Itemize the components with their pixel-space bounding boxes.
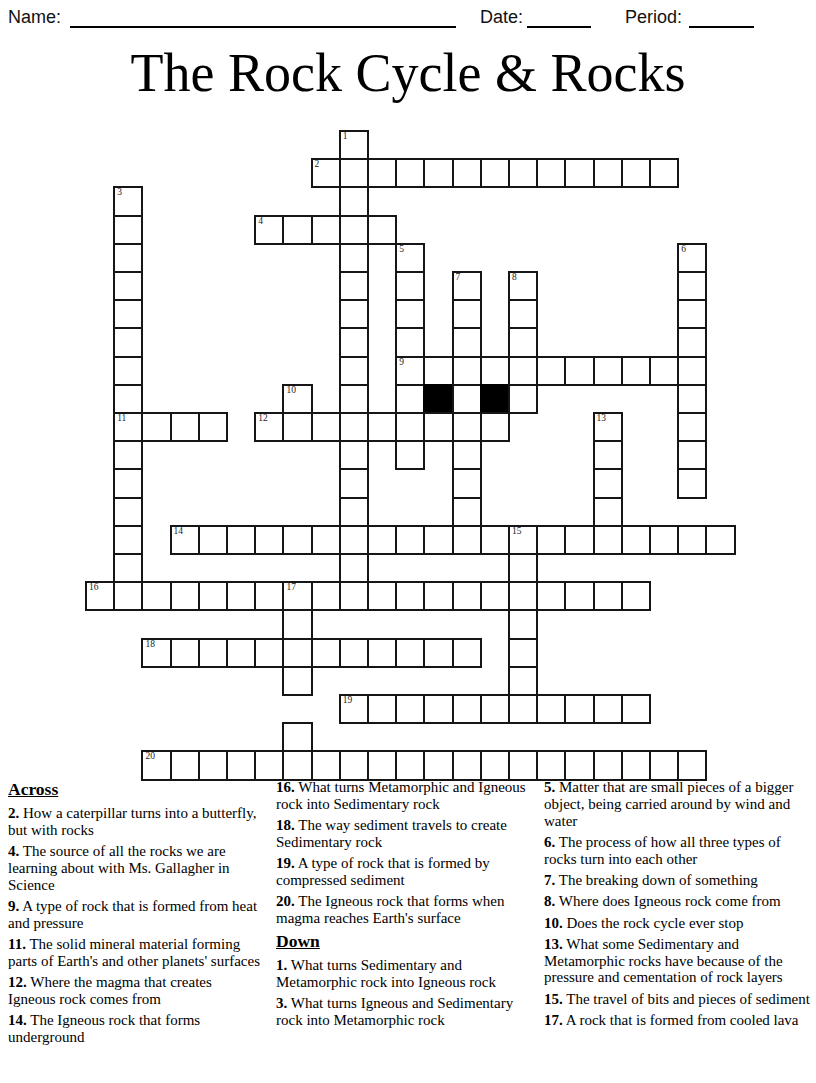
grid-cell[interactable] <box>452 440 482 470</box>
grid-cell[interactable] <box>452 299 482 329</box>
cell-number: 8 <box>512 272 517 283</box>
grid-cell[interactable] <box>367 638 397 668</box>
grid-cell[interactable] <box>649 525 679 555</box>
grid-cell[interactable] <box>339 553 369 583</box>
grid-cell[interactable] <box>593 750 623 780</box>
grid-cell[interactable] <box>423 638 453 668</box>
grid-cell[interactable] <box>339 525 369 555</box>
grid-cell[interactable]: 16 <box>85 581 115 611</box>
grid-cell[interactable] <box>649 158 679 188</box>
grid-cell[interactable] <box>705 525 735 555</box>
grid-cell[interactable] <box>170 581 200 611</box>
grid-cell[interactable] <box>198 750 228 780</box>
down-clue-5: 5. Matter that are small pieces of a big… <box>544 779 810 829</box>
grid-cell[interactable] <box>452 750 482 780</box>
grid-cell[interactable] <box>339 327 369 357</box>
grid-cell[interactable] <box>226 581 256 611</box>
grid-cell[interactable] <box>452 638 482 668</box>
grid-cell[interactable] <box>593 356 623 386</box>
date-label: Date: <box>480 7 523 28</box>
grid-cell[interactable] <box>423 750 453 780</box>
grid-cell[interactable] <box>677 750 707 780</box>
cell-number: 19 <box>343 695 353 706</box>
grid-cell[interactable]: 1 <box>339 130 369 160</box>
grid-cell[interactable] <box>282 412 312 442</box>
across-clue-18: 18. The way sediment travels to create S… <box>276 817 534 851</box>
grid-cell[interactable] <box>339 750 369 780</box>
down-clue-7: 7. The breaking down of something <box>544 872 810 889</box>
grid-cell[interactable] <box>226 750 256 780</box>
grid-cell[interactable] <box>508 694 538 724</box>
grid-cell[interactable] <box>593 468 623 498</box>
grid-cell[interactable] <box>508 638 538 668</box>
grid-cell[interactable] <box>339 356 369 386</box>
grid-cell[interactable] <box>564 158 594 188</box>
grid-cell[interactable]: 13 <box>593 412 623 442</box>
grid-cell[interactable] <box>113 384 143 414</box>
grid-cell[interactable] <box>564 581 594 611</box>
grid-cell[interactable]: 14 <box>170 525 200 555</box>
across-clue-2: 2. How a caterpillar turns into a butter… <box>8 805 262 839</box>
grid-cell[interactable] <box>170 750 200 780</box>
across-clue-20: 20. The Igneous rock that forms when mag… <box>276 893 534 927</box>
grid-cell[interactable] <box>254 750 284 780</box>
grid-cell[interactable] <box>452 384 482 414</box>
grid-cell[interactable] <box>113 440 143 470</box>
grid-cell[interactable] <box>282 215 312 245</box>
grid-cell[interactable] <box>311 581 341 611</box>
grid-cell[interactable] <box>254 638 284 668</box>
grid-cell[interactable] <box>649 356 679 386</box>
grid-cell[interactable] <box>311 215 341 245</box>
grid-cell[interactable] <box>339 158 369 188</box>
across-clue-12: 12. Where the magma that creates Igneous… <box>8 974 262 1008</box>
grid-cell[interactable] <box>113 525 143 555</box>
grid-cell[interactable] <box>113 271 143 301</box>
cell-number: 4 <box>258 216 263 227</box>
grid-cell[interactable] <box>395 158 425 188</box>
grid-cell[interactable]: 10 <box>282 384 312 414</box>
black-cell <box>423 384 453 414</box>
across-clue-9: 9. A type of rock that is formed from he… <box>8 898 262 932</box>
grid-cell[interactable] <box>536 158 566 188</box>
grid-cell[interactable]: 3 <box>113 186 143 216</box>
grid-cell[interactable] <box>677 299 707 329</box>
down-clue-8: 8. Where does Igneous rock come from <box>544 893 810 910</box>
across-header: Across <box>8 779 262 800</box>
across-clue-16: 16. What turns Metamorphic and Igneous r… <box>276 779 534 813</box>
across-clue-14: 14. The Igneous rock that forms undergro… <box>8 1012 262 1046</box>
grid-cell[interactable] <box>170 638 200 668</box>
period-label: Period: <box>625 7 682 28</box>
grid-cell[interactable] <box>113 581 143 611</box>
grid-cell[interactable] <box>367 158 397 188</box>
down-header: Down <box>276 931 534 952</box>
grid-cell[interactable] <box>621 158 651 188</box>
grid-cell[interactable] <box>452 497 482 527</box>
grid-cell[interactable] <box>452 327 482 357</box>
grid-cell[interactable] <box>593 497 623 527</box>
grid-cell[interactable] <box>423 158 453 188</box>
grid-cell[interactable] <box>339 638 369 668</box>
grid-cell[interactable] <box>339 243 369 273</box>
grid-cell[interactable] <box>339 384 369 414</box>
grid-cell[interactable] <box>311 750 341 780</box>
grid-cell[interactable]: 20 <box>141 750 171 780</box>
grid-cell[interactable] <box>226 525 256 555</box>
grid-cell[interactable] <box>282 750 312 780</box>
grid-cell[interactable] <box>141 581 171 611</box>
grid-cell[interactable] <box>311 525 341 555</box>
grid-cell[interactable] <box>113 356 143 386</box>
grid-cell[interactable] <box>677 271 707 301</box>
grid-cell[interactable] <box>254 525 284 555</box>
cell-number: 1 <box>343 131 348 142</box>
cell-number: 2 <box>315 159 320 170</box>
grid-cell[interactable] <box>282 666 312 696</box>
grid-cell[interactable] <box>395 581 425 611</box>
down-clue-1: 1. What turns Sedimentary and Metamorphi… <box>276 957 534 991</box>
grid-cell[interactable] <box>339 215 369 245</box>
grid-cell[interactable] <box>113 553 143 583</box>
grid-cell[interactable] <box>339 186 369 216</box>
grid-cell[interactable] <box>677 356 707 386</box>
across-clue-11: 11. The solid mineral material forming p… <box>8 936 262 970</box>
grid-cell[interactable] <box>395 327 425 357</box>
grid-cell[interactable]: 17 <box>282 581 312 611</box>
grid-cell[interactable] <box>593 525 623 555</box>
grid-cell[interactable] <box>677 440 707 470</box>
down-clue-6: 6. The process of how all three types of… <box>544 834 810 868</box>
across-clue-4: 4. The source of all the rocks we are le… <box>8 843 262 893</box>
grid-cell[interactable] <box>170 412 200 442</box>
grid-cell[interactable] <box>113 299 143 329</box>
grid-cell[interactable] <box>367 694 397 724</box>
grid-cell[interactable] <box>395 384 425 414</box>
grid-cell[interactable] <box>198 581 228 611</box>
grid-cell[interactable] <box>367 750 397 780</box>
grid-cell[interactable]: 7 <box>452 271 482 301</box>
page-title: The Rock Cycle & Rocks <box>0 44 816 103</box>
grid-cell[interactable] <box>508 356 538 386</box>
grid-cell[interactable] <box>621 581 651 611</box>
grid-cell[interactable] <box>311 412 341 442</box>
grid-cell[interactable] <box>113 215 143 245</box>
grid-cell[interactable] <box>113 327 143 357</box>
grid-cell[interactable]: 5 <box>395 243 425 273</box>
grid-cell[interactable] <box>423 356 453 386</box>
clues-column-left: Across2. How a caterpillar turns into a … <box>8 779 262 1050</box>
cell-number: 7 <box>456 272 461 283</box>
grid-cell[interactable] <box>452 581 482 611</box>
grid-cell[interactable]: 8 <box>508 271 538 301</box>
cell-number: 3 <box>117 187 122 198</box>
grid-cell[interactable] <box>395 412 425 442</box>
grid-cell[interactable] <box>677 525 707 555</box>
grid-cell[interactable] <box>677 412 707 442</box>
grid-cell[interactable] <box>198 412 228 442</box>
cell-number: 9 <box>399 357 404 368</box>
cell-number: 11 <box>117 413 126 424</box>
grid-cell[interactable] <box>508 158 538 188</box>
grid-cell[interactable] <box>593 694 623 724</box>
cell-number: 12 <box>258 413 268 424</box>
grid-cell[interactable] <box>395 299 425 329</box>
grid-cell[interactable] <box>480 525 510 555</box>
grid-cell[interactable] <box>395 525 425 555</box>
cell-number: 18 <box>145 639 155 650</box>
grid-cell[interactable] <box>282 609 312 639</box>
grid-cell[interactable] <box>113 497 143 527</box>
grid-cell[interactable] <box>480 158 510 188</box>
grid-cell[interactable] <box>621 694 651 724</box>
grid-cell[interactable] <box>480 412 510 442</box>
grid-cell[interactable] <box>508 750 538 780</box>
grid-cell[interactable] <box>367 412 397 442</box>
grid-cell[interactable] <box>593 440 623 470</box>
grid-cell[interactable]: 18 <box>141 638 171 668</box>
grid-cell[interactable] <box>452 525 482 555</box>
grid-cell[interactable] <box>423 525 453 555</box>
grid-cell[interactable] <box>480 356 510 386</box>
worksheet-page: Name: Date: Period: The Rock Cycle & Roc… <box>0 0 816 1083</box>
grid-cell[interactable] <box>452 158 482 188</box>
down-clue-10: 10. Does the rock cycle ever stop <box>544 915 810 932</box>
cell-number: 6 <box>681 244 686 255</box>
grid-cell[interactable] <box>564 525 594 555</box>
grid-cell[interactable] <box>564 356 594 386</box>
black-cell <box>480 384 510 414</box>
grid-cell[interactable] <box>282 638 312 668</box>
grid-cell[interactable] <box>254 581 284 611</box>
grid-cell[interactable] <box>452 694 482 724</box>
grid-cell[interactable] <box>339 468 369 498</box>
grid-cell[interactable] <box>311 638 341 668</box>
down-clue-15: 15. The travel of bits and pieces of sed… <box>544 991 810 1008</box>
grid-cell[interactable] <box>423 581 453 611</box>
grid-cell[interactable] <box>339 581 369 611</box>
grid-cell[interactable] <box>480 694 510 724</box>
grid-cell[interactable]: 12 <box>254 412 284 442</box>
cell-number: 16 <box>89 582 99 593</box>
name-label: Name: <box>8 7 61 28</box>
grid-cell[interactable] <box>508 327 538 357</box>
grid-cell[interactable] <box>508 609 538 639</box>
grid-cell[interactable] <box>508 384 538 414</box>
grid-cell[interactable] <box>593 158 623 188</box>
grid-cell[interactable] <box>452 356 482 386</box>
grid-cell[interactable]: 6 <box>677 243 707 273</box>
grid-cell[interactable]: 19 <box>339 694 369 724</box>
grid-cell[interactable] <box>141 412 171 442</box>
grid-cell[interactable] <box>395 750 425 780</box>
down-clue-3: 3. What turns Igneous and Sedimentary ro… <box>276 995 534 1029</box>
cell-number: 20 <box>145 751 155 762</box>
name-field[interactable] <box>70 9 456 28</box>
grid-cell[interactable] <box>508 299 538 329</box>
grid-cell[interactable] <box>339 412 369 442</box>
grid-cell[interactable] <box>113 468 143 498</box>
grid-cell[interactable] <box>198 638 228 668</box>
grid-cell[interactable] <box>621 525 651 555</box>
grid-cell[interactable] <box>621 750 651 780</box>
grid-cell[interactable] <box>339 271 369 301</box>
grid-cell[interactable] <box>536 525 566 555</box>
grid-cell[interactable] <box>113 243 143 273</box>
across-clue-19: 19. A type of rock that is formed by com… <box>276 855 534 889</box>
grid-cell[interactable] <box>282 722 312 752</box>
cell-number: 17 <box>286 582 296 593</box>
cell-number: 15 <box>512 526 522 537</box>
grid-cell[interactable] <box>367 215 397 245</box>
grid-cell[interactable] <box>480 581 510 611</box>
grid-cell[interactable]: 11 <box>113 412 143 442</box>
grid-cell[interactable] <box>508 581 538 611</box>
grid-cell[interactable] <box>677 468 707 498</box>
grid-cell[interactable] <box>423 694 453 724</box>
grid-cell[interactable]: 4 <box>254 215 284 245</box>
cell-number: 10 <box>286 385 296 396</box>
cell-number: 5 <box>399 244 404 255</box>
grid-cell[interactable] <box>339 299 369 329</box>
grid-cell[interactable]: 2 <box>311 158 341 188</box>
clues-column-right: 5. Matter that are small pieces of a big… <box>544 779 810 1033</box>
grid-cell[interactable] <box>198 525 228 555</box>
grid-cell[interactable] <box>339 440 369 470</box>
grid-cell[interactable] <box>508 553 538 583</box>
grid-cell[interactable] <box>536 750 566 780</box>
grid-cell[interactable] <box>480 750 510 780</box>
grid-cell[interactable] <box>621 356 651 386</box>
grid-cell[interactable] <box>536 694 566 724</box>
cell-number: 14 <box>174 526 184 537</box>
grid-cell[interactable]: 15 <box>508 525 538 555</box>
clues-column-middle: 16. What turns Metamorphic and Igneous r… <box>276 779 534 1034</box>
down-clue-17: 17. A rock that is formed from cooled la… <box>544 1012 810 1029</box>
grid-cell[interactable] <box>536 581 566 611</box>
grid-cell[interactable] <box>395 694 425 724</box>
grid-cell[interactable] <box>649 750 679 780</box>
date-field[interactable] <box>527 9 591 28</box>
down-clue-13: 13. What some Sedimentary and Metamorphi… <box>544 936 810 986</box>
grid-cell[interactable] <box>395 271 425 301</box>
grid-cell[interactable] <box>367 525 397 555</box>
grid-cell[interactable] <box>677 327 707 357</box>
grid-cell[interactable] <box>593 581 623 611</box>
grid-cell[interactable] <box>452 468 482 498</box>
grid-cell[interactable] <box>367 581 397 611</box>
grid-cell[interactable] <box>677 384 707 414</box>
grid-cell[interactable]: 9 <box>395 356 425 386</box>
grid-cell[interactable] <box>226 638 256 668</box>
grid-cell[interactable] <box>536 356 566 386</box>
grid-cell[interactable] <box>395 638 425 668</box>
grid-cell[interactable] <box>564 750 594 780</box>
grid-cell[interactable] <box>282 525 312 555</box>
grid-cell[interactable] <box>564 694 594 724</box>
grid-cell[interactable] <box>423 412 453 442</box>
grid-cell[interactable] <box>508 666 538 696</box>
crossword-grid: 1234567891011121314151617181920 <box>85 130 736 781</box>
grid-cell[interactable] <box>395 440 425 470</box>
grid-cell[interactable] <box>339 497 369 527</box>
period-field[interactable] <box>689 9 754 28</box>
cell-number: 13 <box>597 413 607 424</box>
grid-cell[interactable] <box>452 412 482 442</box>
